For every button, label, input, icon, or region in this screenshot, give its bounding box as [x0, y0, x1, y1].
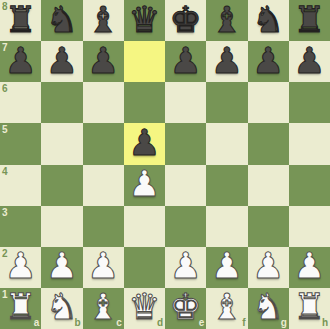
square-e6[interactable] — [165, 82, 206, 123]
white-pawn[interactable]: ♟ — [87, 248, 119, 284]
square-c6[interactable] — [83, 82, 124, 123]
square-e4[interactable] — [165, 165, 206, 206]
rank-label-3: 3 — [2, 208, 8, 218]
white-knight[interactable]: ♞ — [46, 289, 78, 325]
black-pawn[interactable]: ♟ — [4, 43, 36, 79]
white-rook[interactable]: ♜ — [293, 289, 325, 325]
square-c8[interactable]: ♝ — [83, 0, 124, 41]
square-d6[interactable] — [124, 82, 165, 123]
square-e3[interactable] — [165, 206, 206, 247]
black-bishop[interactable]: ♝ — [87, 2, 119, 38]
square-d4[interactable]: ♟ — [124, 165, 165, 206]
black-king[interactable]: ♚ — [169, 2, 201, 38]
square-h5[interactable] — [289, 123, 330, 164]
white-pawn[interactable]: ♟ — [4, 248, 36, 284]
square-a5[interactable]: 5 — [0, 123, 41, 164]
chess-board: 8♜♞♝♛♚♝♞♜7♟♟♟♟♟♟♟65♟4♟32♟♟♟♟♟♟♟1a♜b♞c♝d♛… — [0, 0, 330, 329]
rank-label-5: 5 — [2, 125, 8, 135]
square-h4[interactable] — [289, 165, 330, 206]
square-h2[interactable]: ♟ — [289, 247, 330, 288]
square-d1[interactable]: d♛ — [124, 288, 165, 329]
square-a2[interactable]: 2♟ — [0, 247, 41, 288]
rank-label-6: 6 — [2, 84, 8, 94]
square-h3[interactable] — [289, 206, 330, 247]
square-d7[interactable] — [124, 41, 165, 82]
square-d2[interactable] — [124, 247, 165, 288]
square-b5[interactable] — [41, 123, 82, 164]
square-f8[interactable]: ♝ — [206, 0, 247, 41]
square-a6[interactable]: 6 — [0, 82, 41, 123]
square-d8[interactable]: ♛ — [124, 0, 165, 41]
square-a7[interactable]: 7♟ — [0, 41, 41, 82]
square-g5[interactable] — [248, 123, 289, 164]
square-h8[interactable]: ♜ — [289, 0, 330, 41]
white-pawn[interactable]: ♟ — [46, 248, 78, 284]
square-b2[interactable]: ♟ — [41, 247, 82, 288]
square-c1[interactable]: c♝ — [83, 288, 124, 329]
white-pawn[interactable]: ♟ — [211, 248, 243, 284]
square-h7[interactable]: ♟ — [289, 41, 330, 82]
black-knight[interactable]: ♞ — [46, 2, 78, 38]
square-g6[interactable] — [248, 82, 289, 123]
black-pawn[interactable]: ♟ — [211, 43, 243, 79]
square-c7[interactable]: ♟ — [83, 41, 124, 82]
square-b7[interactable]: ♟ — [41, 41, 82, 82]
square-d3[interactable] — [124, 206, 165, 247]
black-rook[interactable]: ♜ — [4, 2, 36, 38]
square-a1[interactable]: 1a♜ — [0, 288, 41, 329]
square-e8[interactable]: ♚ — [165, 0, 206, 41]
white-king[interactable]: ♚ — [169, 289, 201, 325]
white-pawn[interactable]: ♟ — [169, 248, 201, 284]
square-f4[interactable] — [206, 165, 247, 206]
square-g8[interactable]: ♞ — [248, 0, 289, 41]
white-bishop[interactable]: ♝ — [87, 289, 119, 325]
square-d5[interactable]: ♟ — [124, 123, 165, 164]
square-c3[interactable] — [83, 206, 124, 247]
black-queen[interactable]: ♛ — [128, 2, 160, 38]
square-e1[interactable]: e♚ — [165, 288, 206, 329]
white-rook[interactable]: ♜ — [4, 289, 36, 325]
square-g4[interactable] — [248, 165, 289, 206]
square-b4[interactable] — [41, 165, 82, 206]
square-g2[interactable]: ♟ — [248, 247, 289, 288]
white-bishop[interactable]: ♝ — [211, 289, 243, 325]
white-pawn[interactable]: ♟ — [252, 248, 284, 284]
square-a8[interactable]: 8♜ — [0, 0, 41, 41]
square-h6[interactable] — [289, 82, 330, 123]
white-queen[interactable]: ♛ — [128, 289, 160, 325]
black-pawn[interactable]: ♟ — [87, 43, 119, 79]
black-pawn[interactable]: ♟ — [252, 43, 284, 79]
square-f3[interactable] — [206, 206, 247, 247]
square-e7[interactable]: ♟ — [165, 41, 206, 82]
square-f2[interactable]: ♟ — [206, 247, 247, 288]
square-g1[interactable]: g♞ — [248, 288, 289, 329]
square-c2[interactable]: ♟ — [83, 247, 124, 288]
square-a4[interactable]: 4 — [0, 165, 41, 206]
black-pawn[interactable]: ♟ — [293, 43, 325, 79]
square-e2[interactable]: ♟ — [165, 247, 206, 288]
square-f6[interactable] — [206, 82, 247, 123]
black-pawn[interactable]: ♟ — [169, 43, 201, 79]
square-b8[interactable]: ♞ — [41, 0, 82, 41]
square-g7[interactable]: ♟ — [248, 41, 289, 82]
white-knight[interactable]: ♞ — [252, 289, 284, 325]
square-f1[interactable]: f♝ — [206, 288, 247, 329]
square-b3[interactable] — [41, 206, 82, 247]
square-c5[interactable] — [83, 123, 124, 164]
square-b6[interactable] — [41, 82, 82, 123]
white-pawn[interactable]: ♟ — [293, 248, 325, 284]
square-f5[interactable] — [206, 123, 247, 164]
square-g3[interactable] — [248, 206, 289, 247]
black-pawn[interactable]: ♟ — [46, 43, 78, 79]
black-knight[interactable]: ♞ — [252, 2, 284, 38]
white-pawn[interactable]: ♟ — [128, 166, 160, 202]
square-e5[interactable] — [165, 123, 206, 164]
black-bishop[interactable]: ♝ — [211, 2, 243, 38]
rank-label-4: 4 — [2, 167, 8, 177]
black-pawn[interactable]: ♟ — [128, 125, 160, 161]
square-a3[interactable]: 3 — [0, 206, 41, 247]
square-b1[interactable]: b♞ — [41, 288, 82, 329]
square-h1[interactable]: h♜ — [289, 288, 330, 329]
square-f7[interactable]: ♟ — [206, 41, 247, 82]
square-c4[interactable] — [83, 165, 124, 206]
black-rook[interactable]: ♜ — [293, 2, 325, 38]
